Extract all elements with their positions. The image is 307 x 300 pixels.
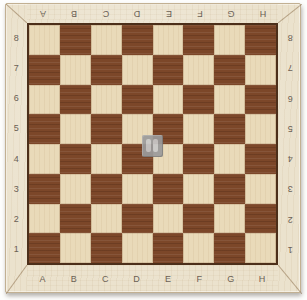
rank-right-label-6: 6: [278, 84, 302, 114]
rank-left-label-8: 8: [6, 23, 27, 53]
file-top-label-b: B: [58, 4, 89, 23]
square-g8[interactable]: [214, 25, 245, 55]
square-b1[interactable]: [60, 233, 91, 263]
square-e1[interactable]: [153, 233, 184, 263]
square-f7[interactable]: [183, 55, 214, 85]
square-f5[interactable]: [183, 114, 214, 144]
square-d6[interactable]: [122, 85, 153, 115]
chess-board: ABCDEFGH ABCDEFGH 87654321 87654321: [5, 3, 301, 293]
square-b7[interactable]: [60, 55, 91, 85]
square-c1[interactable]: [91, 233, 122, 263]
square-g3[interactable]: [214, 174, 245, 204]
square-c3[interactable]: [91, 174, 122, 204]
file-bottom-label-h: H: [247, 265, 278, 294]
file-top-label-g: G: [215, 4, 246, 23]
rank-right-label-5: 5: [278, 114, 302, 144]
square-b2[interactable]: [60, 204, 91, 234]
rank-right-label-7: 7: [278, 53, 302, 83]
square-e3[interactable]: [153, 174, 184, 204]
square-d2[interactable]: [122, 204, 153, 234]
square-a5[interactable]: [29, 114, 60, 144]
square-e8[interactable]: [153, 25, 184, 55]
frame-mitre-top-left: [6, 4, 27, 23]
square-f6[interactable]: [183, 85, 214, 115]
square-e6[interactable]: [153, 85, 184, 115]
square-h6[interactable]: [245, 85, 276, 115]
file-bottom-label-d: D: [121, 265, 152, 294]
rank-right-label-1: 1: [278, 235, 302, 265]
rank-right-label-2: 2: [278, 205, 302, 235]
rank-right-label-8: 8: [278, 23, 302, 53]
square-f3[interactable]: [183, 174, 214, 204]
square-c7[interactable]: [91, 55, 122, 85]
square-h8[interactable]: [245, 25, 276, 55]
rank-left-label-7: 7: [6, 53, 27, 83]
rank-left-label-5: 5: [6, 114, 27, 144]
square-c8[interactable]: [91, 25, 122, 55]
square-f1[interactable]: [183, 233, 214, 263]
square-a8[interactable]: [29, 25, 60, 55]
placeholder-bar: [146, 139, 151, 152]
square-d3[interactable]: [122, 174, 153, 204]
rank-left-label-3: 3: [6, 174, 27, 204]
rank-left-label-4: 4: [6, 144, 27, 174]
square-g2[interactable]: [214, 204, 245, 234]
square-g1[interactable]: [214, 233, 245, 263]
square-c5[interactable]: [91, 114, 122, 144]
frame-mitre-bottom-right: [278, 265, 302, 294]
square-h2[interactable]: [245, 204, 276, 234]
square-a3[interactable]: [29, 174, 60, 204]
square-d8[interactable]: [122, 25, 153, 55]
square-h1[interactable]: [245, 233, 276, 263]
square-d1[interactable]: [122, 233, 153, 263]
file-bottom-label-f: F: [184, 265, 215, 294]
square-a2[interactable]: [29, 204, 60, 234]
file-top-label-e: E: [153, 4, 184, 23]
rank-left-label-2: 2: [6, 205, 27, 235]
square-c4[interactable]: [91, 144, 122, 174]
file-top-label-c: C: [90, 4, 121, 23]
file-bottom-label-e: E: [153, 265, 184, 294]
file-top-label-f: F: [184, 4, 215, 23]
rank-left-label-6: 6: [6, 84, 27, 114]
square-a1[interactable]: [29, 233, 60, 263]
rank-left-label-1: 1: [6, 235, 27, 265]
placeholder-bar: [153, 139, 158, 152]
square-b6[interactable]: [60, 85, 91, 115]
square-h5[interactable]: [245, 114, 276, 144]
square-e7[interactable]: [153, 55, 184, 85]
square-b8[interactable]: [60, 25, 91, 55]
square-g7[interactable]: [214, 55, 245, 85]
square-g6[interactable]: [214, 85, 245, 115]
file-labels-top: ABCDEFGH: [27, 4, 278, 23]
square-a4[interactable]: [29, 144, 60, 174]
file-top-label-a: A: [27, 4, 58, 23]
square-h4[interactable]: [245, 144, 276, 174]
square-d7[interactable]: [122, 55, 153, 85]
file-bottom-label-a: A: [27, 265, 58, 294]
square-b3[interactable]: [60, 174, 91, 204]
frame-mitre-bottom-left: [6, 265, 27, 294]
file-top-label-h: H: [247, 4, 278, 23]
file-top-label-d: D: [121, 4, 152, 23]
rank-right-label-3: 3: [278, 174, 302, 204]
square-g4[interactable]: [214, 144, 245, 174]
file-bottom-label-c: C: [90, 265, 121, 294]
square-c2[interactable]: [91, 204, 122, 234]
square-f2[interactable]: [183, 204, 214, 234]
square-a7[interactable]: [29, 55, 60, 85]
square-c6[interactable]: [91, 85, 122, 115]
square-f8[interactable]: [183, 25, 214, 55]
rank-labels-right: 87654321: [278, 23, 302, 265]
square-a6[interactable]: [29, 85, 60, 115]
file-bottom-label-g: G: [215, 265, 246, 294]
square-b4[interactable]: [60, 144, 91, 174]
square-e2[interactable]: [153, 204, 184, 234]
file-bottom-label-b: B: [58, 265, 89, 294]
square-g5[interactable]: [214, 114, 245, 144]
square-h7[interactable]: [245, 55, 276, 85]
rank-right-label-4: 4: [278, 144, 302, 174]
image-placeholder-icon: [142, 135, 163, 157]
frame-mitre-top-right: [278, 4, 302, 23]
square-f4[interactable]: [183, 144, 214, 174]
square-h3[interactable]: [245, 174, 276, 204]
square-b5[interactable]: [60, 114, 91, 144]
rank-labels-left: 87654321: [6, 23, 27, 265]
page-background: ABCDEFGH ABCDEFGH 87654321 87654321: [0, 0, 307, 300]
file-labels-bottom: ABCDEFGH: [27, 265, 278, 294]
